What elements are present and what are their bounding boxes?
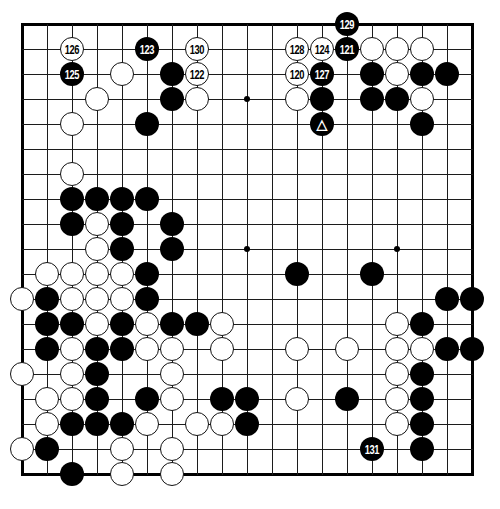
intersection[interactable] (135, 287, 160, 312)
white-stone[interactable] (85, 212, 109, 236)
black-stone[interactable] (385, 87, 409, 111)
intersection[interactable] (110, 137, 135, 162)
intersection[interactable] (260, 212, 285, 237)
black-stone[interactable] (235, 412, 259, 436)
intersection[interactable] (135, 237, 160, 262)
black-stone[interactable]: 131 (360, 437, 384, 461)
intersection[interactable] (35, 262, 60, 287)
black-stone[interactable] (410, 362, 434, 386)
intersection[interactable] (135, 312, 160, 337)
intersection[interactable] (410, 87, 435, 112)
intersection[interactable] (135, 412, 160, 437)
intersection[interactable] (185, 287, 210, 312)
intersection[interactable] (410, 312, 435, 337)
white-stone[interactable] (35, 412, 59, 436)
white-stone[interactable] (135, 337, 159, 361)
intersection[interactable] (185, 212, 210, 237)
white-stone[interactable] (160, 362, 184, 386)
intersection[interactable] (310, 412, 335, 437)
black-stone[interactable] (110, 237, 134, 261)
intersection[interactable] (210, 62, 235, 87)
intersection[interactable] (110, 87, 135, 112)
intersection[interactable] (85, 262, 110, 287)
intersection[interactable] (160, 312, 185, 337)
intersection[interactable]: 127 (310, 62, 335, 87)
white-stone[interactable] (160, 462, 184, 486)
intersection[interactable] (410, 287, 435, 312)
intersection[interactable] (135, 387, 160, 412)
intersection[interactable] (60, 237, 85, 262)
intersection[interactable] (260, 262, 285, 287)
intersection[interactable] (35, 12, 60, 37)
intersection[interactable] (185, 237, 210, 262)
intersection[interactable] (335, 212, 360, 237)
intersection[interactable] (185, 337, 210, 362)
intersection[interactable] (35, 437, 60, 462)
intersection[interactable] (85, 62, 110, 87)
intersection[interactable] (310, 262, 335, 287)
intersection[interactable] (335, 337, 360, 362)
intersection[interactable] (435, 137, 460, 162)
intersection[interactable] (335, 437, 360, 462)
intersection[interactable] (460, 237, 485, 262)
black-stone[interactable] (310, 87, 334, 111)
black-stone[interactable]: 121 (335, 37, 359, 61)
intersection[interactable] (335, 187, 360, 212)
intersection[interactable] (85, 12, 110, 37)
intersection[interactable] (210, 312, 235, 337)
intersection[interactable] (410, 162, 435, 187)
white-stone[interactable] (210, 312, 234, 336)
black-stone[interactable] (135, 112, 159, 136)
black-stone[interactable] (85, 412, 109, 436)
intersection[interactable] (260, 237, 285, 262)
white-stone[interactable] (10, 437, 34, 461)
intersection[interactable] (35, 62, 60, 87)
intersection[interactable] (285, 287, 310, 312)
intersection[interactable]: 125 (60, 62, 85, 87)
intersection[interactable] (285, 362, 310, 387)
intersection[interactable] (60, 187, 85, 212)
intersection[interactable] (35, 462, 60, 487)
intersection[interactable] (110, 37, 135, 62)
intersection[interactable] (10, 337, 35, 362)
intersection[interactable] (335, 112, 360, 137)
intersection[interactable] (10, 87, 35, 112)
black-stone[interactable] (435, 287, 459, 311)
white-stone[interactable] (185, 412, 209, 436)
intersection[interactable] (335, 62, 360, 87)
intersection[interactable] (10, 462, 35, 487)
white-stone[interactable] (60, 162, 84, 186)
intersection[interactable] (335, 237, 360, 262)
intersection[interactable] (385, 12, 410, 37)
intersection[interactable] (60, 412, 85, 437)
intersection[interactable] (10, 237, 35, 262)
intersection[interactable] (235, 312, 260, 337)
intersection[interactable] (10, 387, 35, 412)
intersection[interactable] (110, 312, 135, 337)
intersection[interactable] (210, 112, 235, 137)
intersection[interactable] (385, 262, 410, 287)
intersection[interactable] (85, 362, 110, 387)
intersection[interactable] (310, 212, 335, 237)
intersection[interactable] (410, 237, 435, 262)
intersection[interactable] (410, 187, 435, 212)
intersection[interactable] (185, 312, 210, 337)
black-stone[interactable] (410, 387, 434, 411)
intersection[interactable] (460, 12, 485, 37)
intersection[interactable]: 123 (135, 37, 160, 62)
intersection[interactable] (10, 37, 35, 62)
white-stone[interactable]: 130 (185, 37, 209, 61)
intersection[interactable] (260, 162, 285, 187)
intersection[interactable] (110, 162, 135, 187)
intersection[interactable] (435, 387, 460, 412)
intersection[interactable] (135, 462, 160, 487)
intersection[interactable] (235, 287, 260, 312)
intersection[interactable] (360, 37, 385, 62)
intersection[interactable] (360, 462, 385, 487)
intersection[interactable] (10, 262, 35, 287)
intersection[interactable] (460, 87, 485, 112)
white-stone[interactable] (110, 437, 134, 461)
intersection[interactable] (160, 112, 185, 137)
intersection[interactable] (360, 62, 385, 87)
intersection[interactable] (435, 462, 460, 487)
intersection[interactable] (310, 12, 335, 37)
intersection[interactable] (135, 437, 160, 462)
intersection[interactable] (460, 412, 485, 437)
intersection[interactable] (85, 237, 110, 262)
white-stone[interactable]: 124 (310, 37, 334, 61)
intersection[interactable] (460, 462, 485, 487)
intersection[interactable] (435, 112, 460, 137)
intersection[interactable] (160, 412, 185, 437)
intersection[interactable] (210, 187, 235, 212)
intersection[interactable] (360, 387, 385, 412)
intersection[interactable] (110, 387, 135, 412)
white-stone[interactable] (60, 262, 84, 286)
white-stone[interactable] (85, 312, 109, 336)
intersection[interactable] (335, 462, 360, 487)
intersection[interactable] (285, 237, 310, 262)
black-stone[interactable] (360, 87, 384, 111)
white-stone[interactable] (210, 337, 234, 361)
intersection[interactable] (285, 212, 310, 237)
intersection[interactable] (260, 412, 285, 437)
intersection[interactable] (435, 362, 460, 387)
intersection[interactable] (185, 87, 210, 112)
intersection[interactable] (60, 87, 85, 112)
intersection[interactable] (110, 237, 135, 262)
black-stone[interactable] (135, 387, 159, 411)
intersection[interactable] (35, 112, 60, 137)
intersection[interactable] (110, 62, 135, 87)
intersection[interactable] (35, 137, 60, 162)
white-stone[interactable] (110, 287, 134, 311)
intersection[interactable] (110, 112, 135, 137)
intersection[interactable] (35, 387, 60, 412)
white-stone[interactable] (410, 87, 434, 111)
intersection[interactable] (235, 112, 260, 137)
black-stone[interactable] (35, 312, 59, 336)
intersection[interactable] (285, 262, 310, 287)
intersection[interactable] (160, 287, 185, 312)
intersection[interactable] (310, 337, 335, 362)
intersection[interactable] (285, 162, 310, 187)
intersection[interactable] (360, 262, 385, 287)
intersection[interactable] (385, 362, 410, 387)
intersection[interactable] (385, 162, 410, 187)
intersection[interactable] (310, 462, 335, 487)
intersection[interactable] (110, 287, 135, 312)
intersection[interactable] (210, 362, 235, 387)
black-stone[interactable] (110, 412, 134, 436)
intersection[interactable] (435, 87, 460, 112)
intersection[interactable] (260, 362, 285, 387)
intersection[interactable] (35, 287, 60, 312)
intersection[interactable] (85, 462, 110, 487)
white-stone[interactable] (60, 387, 84, 411)
intersection[interactable] (85, 287, 110, 312)
intersection[interactable] (385, 462, 410, 487)
intersection[interactable] (185, 137, 210, 162)
intersection[interactable] (385, 437, 410, 462)
white-stone[interactable] (10, 287, 34, 311)
white-stone[interactable] (285, 337, 309, 361)
intersection[interactable] (285, 412, 310, 437)
intersection[interactable] (235, 337, 260, 362)
intersection[interactable] (360, 362, 385, 387)
intersection[interactable] (135, 137, 160, 162)
intersection[interactable] (210, 212, 235, 237)
intersection[interactable] (410, 37, 435, 62)
black-stone[interactable] (460, 337, 484, 361)
intersection[interactable] (260, 137, 285, 162)
intersection[interactable] (335, 162, 360, 187)
intersection[interactable] (460, 362, 485, 387)
intersection[interactable] (460, 62, 485, 87)
intersection[interactable] (260, 62, 285, 87)
white-stone[interactable] (35, 387, 59, 411)
intersection[interactable] (435, 262, 460, 287)
white-stone[interactable] (360, 37, 384, 61)
white-stone[interactable] (85, 237, 109, 261)
intersection[interactable] (335, 387, 360, 412)
intersection[interactable] (360, 187, 385, 212)
intersection[interactable] (360, 412, 385, 437)
intersection[interactable] (235, 437, 260, 462)
intersection[interactable] (235, 87, 260, 112)
intersection[interactable] (135, 212, 160, 237)
intersection[interactable] (385, 287, 410, 312)
white-stone[interactable] (110, 262, 134, 286)
black-stone[interactable] (210, 387, 234, 411)
white-stone[interactable]: 126 (60, 37, 84, 61)
intersection[interactable] (10, 112, 35, 137)
intersection[interactable] (285, 312, 310, 337)
intersection[interactable] (235, 262, 260, 287)
intersection[interactable] (385, 137, 410, 162)
intersection[interactable] (60, 287, 85, 312)
intersection[interactable] (210, 137, 235, 162)
intersection[interactable] (10, 437, 35, 462)
intersection[interactable] (10, 162, 35, 187)
black-stone[interactable] (160, 62, 184, 86)
intersection[interactable] (410, 387, 435, 412)
intersection[interactable] (335, 412, 360, 437)
intersection[interactable] (310, 162, 335, 187)
intersection[interactable] (285, 387, 310, 412)
white-stone[interactable] (85, 262, 109, 286)
intersection[interactable] (160, 37, 185, 62)
white-stone[interactable] (285, 387, 309, 411)
intersection[interactable] (185, 462, 210, 487)
intersection[interactable] (460, 212, 485, 237)
intersection[interactable] (60, 362, 85, 387)
intersection[interactable] (460, 387, 485, 412)
black-stone[interactable] (235, 387, 259, 411)
white-stone[interactable] (335, 337, 359, 361)
white-stone[interactable] (135, 312, 159, 336)
intersection[interactable] (335, 287, 360, 312)
white-stone[interactable] (285, 87, 309, 111)
intersection[interactable] (335, 87, 360, 112)
intersection[interactable] (35, 337, 60, 362)
white-stone[interactable] (385, 387, 409, 411)
white-stone[interactable] (410, 337, 434, 361)
intersection[interactable] (60, 12, 85, 37)
intersection[interactable] (85, 387, 110, 412)
intersection[interactable] (160, 212, 185, 237)
intersection[interactable] (60, 112, 85, 137)
intersection[interactable] (160, 237, 185, 262)
black-stone[interactable] (410, 62, 434, 86)
white-stone[interactable] (210, 412, 234, 436)
intersection[interactable] (260, 462, 285, 487)
intersection[interactable] (210, 87, 235, 112)
intersection[interactable] (160, 462, 185, 487)
intersection[interactable] (335, 312, 360, 337)
intersection[interactable] (85, 412, 110, 437)
black-stone[interactable] (35, 437, 59, 461)
black-stone[interactable] (160, 212, 184, 236)
black-stone[interactable] (35, 337, 59, 361)
intersection[interactable] (160, 337, 185, 362)
intersection[interactable] (435, 237, 460, 262)
black-stone[interactable] (410, 437, 434, 461)
black-stone[interactable] (110, 212, 134, 236)
black-stone[interactable] (110, 337, 134, 361)
intersection[interactable] (160, 62, 185, 87)
intersection[interactable] (210, 337, 235, 362)
white-stone[interactable] (85, 287, 109, 311)
intersection[interactable] (60, 437, 85, 462)
intersection[interactable] (260, 87, 285, 112)
intersection[interactable]: 122 (185, 62, 210, 87)
intersection[interactable] (410, 62, 435, 87)
intersection[interactable]: 130 (185, 37, 210, 62)
intersection[interactable]: △ (310, 112, 335, 137)
white-stone[interactable] (60, 287, 84, 311)
intersection[interactable] (210, 237, 235, 262)
intersection[interactable] (235, 62, 260, 87)
intersection[interactable]: 129 (335, 12, 360, 37)
intersection[interactable] (310, 437, 335, 462)
intersection[interactable] (285, 437, 310, 462)
black-stone[interactable] (460, 287, 484, 311)
intersection[interactable] (185, 162, 210, 187)
intersection[interactable] (110, 462, 135, 487)
intersection[interactable] (110, 12, 135, 37)
intersection[interactable] (360, 87, 385, 112)
white-stone[interactable] (10, 362, 34, 386)
intersection[interactable] (185, 187, 210, 212)
intersection[interactable] (435, 62, 460, 87)
intersection[interactable] (60, 462, 85, 487)
intersection[interactable] (360, 337, 385, 362)
white-stone[interactable] (110, 62, 134, 86)
intersection[interactable] (60, 312, 85, 337)
white-stone[interactable] (110, 462, 134, 486)
white-stone[interactable] (35, 262, 59, 286)
intersection[interactable] (410, 337, 435, 362)
intersection[interactable] (110, 412, 135, 437)
intersection[interactable] (235, 187, 260, 212)
intersection[interactable] (160, 162, 185, 187)
white-stone[interactable] (410, 37, 434, 61)
intersection[interactable] (160, 87, 185, 112)
intersection[interactable] (60, 162, 85, 187)
intersection[interactable] (85, 87, 110, 112)
intersection[interactable] (135, 162, 160, 187)
intersection[interactable] (360, 162, 385, 187)
intersection[interactable] (410, 137, 435, 162)
black-stone[interactable] (435, 62, 459, 86)
intersection[interactable] (435, 12, 460, 37)
intersection[interactable] (260, 12, 285, 37)
intersection[interactable] (260, 337, 285, 362)
intersection[interactable] (185, 387, 210, 412)
black-stone[interactable] (60, 312, 84, 336)
intersection[interactable] (210, 12, 235, 37)
black-stone[interactable]: 129 (335, 12, 359, 36)
intersection[interactable] (160, 362, 185, 387)
intersection[interactable] (185, 437, 210, 462)
black-stone[interactable] (285, 262, 309, 286)
intersection[interactable] (285, 187, 310, 212)
intersection[interactable] (310, 87, 335, 112)
white-stone[interactable] (385, 37, 409, 61)
intersection[interactable] (60, 262, 85, 287)
intersection[interactable]: 121 (335, 37, 360, 62)
intersection[interactable] (160, 137, 185, 162)
intersection[interactable] (385, 237, 410, 262)
white-stone[interactable] (385, 312, 409, 336)
black-stone[interactable] (135, 262, 159, 286)
intersection[interactable] (385, 387, 410, 412)
intersection[interactable] (10, 137, 35, 162)
intersection[interactable] (260, 187, 285, 212)
intersection[interactable] (310, 137, 335, 162)
intersection[interactable] (410, 412, 435, 437)
intersection[interactable] (460, 312, 485, 337)
intersection[interactable] (60, 387, 85, 412)
intersection[interactable]: 128 (285, 37, 310, 62)
intersection[interactable] (135, 112, 160, 137)
intersection[interactable]: 120 (285, 62, 310, 87)
